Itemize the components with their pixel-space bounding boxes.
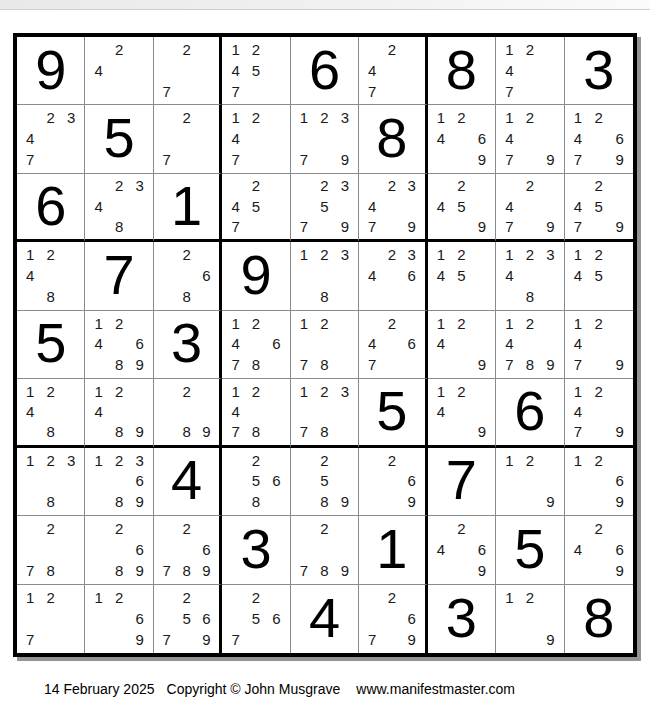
- candidate-digit: 7: [294, 422, 314, 442]
- candidate-digit: 7: [499, 81, 519, 102]
- candidate-digit: 4: [499, 128, 519, 149]
- cell-r6c6: 5: [359, 379, 427, 447]
- candidate-digit: 3: [402, 244, 422, 265]
- candidate-grid: 129: [496, 448, 563, 515]
- candidate-empty: [540, 286, 560, 307]
- candidate-digit: 9: [335, 491, 355, 512]
- candidate-empty: [246, 149, 266, 170]
- candidate-empty: [499, 470, 519, 491]
- candidate-digit: 2: [109, 176, 129, 196]
- candidate-digit: 3: [540, 244, 560, 265]
- candidate-empty: [540, 60, 560, 81]
- candidate-grid: 2467: [359, 311, 424, 378]
- candidate-digit: 6: [472, 128, 492, 149]
- candidate-digit: 2: [109, 587, 129, 608]
- candidate-empty: [540, 265, 560, 286]
- candidate-digit: 6: [266, 608, 286, 629]
- candidate-empty: [431, 354, 451, 375]
- candidate-empty: [40, 629, 60, 650]
- candidate-empty: [157, 539, 177, 560]
- candidate-empty: [520, 81, 540, 102]
- candidate-empty: [177, 128, 197, 149]
- candidate-empty: [540, 334, 560, 355]
- cell-r4c6: 2346: [359, 242, 427, 310]
- cell-r8c9: 2469: [565, 516, 633, 584]
- candidate-digit: 9: [129, 422, 149, 442]
- candidate-digit: 9: [540, 216, 560, 236]
- cell-r8c8: 5: [496, 516, 564, 584]
- candidate-digit: 6: [609, 470, 630, 491]
- candidate-digit: 9: [609, 491, 630, 512]
- candidate-empty: [197, 244, 217, 265]
- candidate-digit: 2: [40, 107, 60, 128]
- solved-digit: 8: [583, 590, 614, 646]
- candidate-digit: 9: [609, 560, 630, 581]
- candidate-digit: 4: [568, 265, 589, 286]
- candidate-grid: 23579: [291, 174, 358, 239]
- candidate-digit: 4: [88, 60, 108, 81]
- candidate-digit: 2: [314, 450, 334, 471]
- candidate-empty: [451, 401, 471, 421]
- candidate-digit: 2: [246, 176, 266, 196]
- candidate-empty: [109, 334, 129, 355]
- candidate-empty: [129, 313, 149, 334]
- solved-digit: 8: [376, 110, 407, 166]
- candidate-digit: 7: [225, 422, 245, 442]
- cell-r8c6: 1: [359, 516, 427, 584]
- cell-r9c5: 4: [291, 585, 359, 653]
- solved-digit: 1: [171, 178, 202, 234]
- candidate-empty: [362, 608, 382, 629]
- candidate-grid: 26789: [154, 516, 219, 583]
- cell-r7c5: 2589: [291, 448, 359, 516]
- candidate-grid: 27: [154, 105, 219, 172]
- cell-r1c3: 27: [154, 37, 222, 105]
- candidate-grid: 123689: [85, 448, 152, 515]
- cell-r1c1: 9: [17, 37, 85, 105]
- candidate-digit: 7: [568, 216, 589, 236]
- candidate-empty: [588, 470, 609, 491]
- candidate-digit: 7: [362, 354, 382, 375]
- candidate-empty: [20, 422, 40, 442]
- candidate-digit: 8: [314, 491, 334, 512]
- solved-digit: 4: [309, 590, 340, 646]
- cell-r4c5: 1238: [291, 242, 359, 310]
- candidate-grid: 12348: [496, 242, 563, 309]
- candidate-empty: [246, 629, 266, 650]
- cell-r1c4: 12457: [222, 37, 290, 105]
- candidate-grid: 12479: [496, 105, 563, 172]
- candidate-digit: 2: [382, 587, 402, 608]
- candidate-digit: 9: [472, 149, 492, 170]
- candidate-empty: [451, 128, 471, 149]
- candidate-digit: 1: [431, 313, 451, 334]
- candidate-digit: 8: [314, 354, 334, 375]
- cell-r9c7: 3: [428, 585, 496, 653]
- candidate-grid: 27: [154, 37, 219, 104]
- candidate-digit: 1: [225, 381, 245, 401]
- candidate-empty: [20, 286, 40, 307]
- candidate-digit: 2: [177, 381, 197, 401]
- candidate-empty: [88, 216, 108, 236]
- candidate-digit: 1: [431, 381, 451, 401]
- candidate-empty: [61, 470, 81, 491]
- cell-r8c1: 278: [17, 516, 85, 584]
- candidate-digit: 2: [177, 587, 197, 608]
- candidate-digit: 1: [499, 39, 519, 60]
- candidate-digit: 4: [431, 539, 451, 560]
- cell-r3c8: 2479: [496, 174, 564, 242]
- candidate-digit: 4: [225, 60, 245, 81]
- candidate-empty: [129, 81, 149, 102]
- candidate-grid: 2459: [428, 174, 495, 239]
- candidate-digit: 2: [109, 450, 129, 471]
- candidate-digit: 7: [294, 354, 314, 375]
- candidate-empty: [335, 450, 355, 471]
- candidate-digit: 7: [225, 149, 245, 170]
- candidate-digit: 1: [88, 587, 108, 608]
- candidate-empty: [129, 381, 149, 401]
- candidate-digit: 9: [402, 629, 422, 650]
- candidate-empty: [335, 128, 355, 149]
- candidate-digit: 2: [314, 244, 334, 265]
- candidate-digit: 9: [609, 216, 630, 236]
- candidate-digit: 8: [109, 560, 129, 581]
- candidate-empty: [61, 491, 81, 512]
- cell-r8c5: 2789: [291, 516, 359, 584]
- candidate-digit: 9: [335, 560, 355, 581]
- candidate-digit: 8: [109, 354, 129, 375]
- candidate-empty: [88, 39, 108, 60]
- candidate-grid: 2789: [291, 516, 358, 583]
- candidate-empty: [451, 334, 471, 355]
- candidate-empty: [609, 381, 630, 401]
- candidate-digit: 2: [588, 176, 609, 196]
- candidate-empty: [109, 629, 129, 650]
- candidate-empty: [382, 196, 402, 216]
- candidate-digit: 9: [129, 491, 149, 512]
- candidate-empty: [472, 401, 492, 421]
- cell-r1c7: 8: [428, 37, 496, 105]
- candidate-digit: 4: [499, 265, 519, 286]
- candidate-empty: [197, 60, 217, 81]
- candidate-empty: [382, 629, 402, 650]
- candidate-empty: [382, 608, 402, 629]
- candidate-digit: 2: [451, 107, 471, 128]
- candidate-empty: [177, 81, 197, 102]
- candidate-digit: 2: [520, 313, 540, 334]
- cell-r9c9: 8: [565, 585, 633, 653]
- candidate-digit: 2: [246, 587, 266, 608]
- candidate-empty: [266, 128, 286, 149]
- candidate-digit: 4: [431, 334, 451, 355]
- candidate-grid: 2679: [359, 585, 424, 653]
- candidate-empty: [520, 128, 540, 149]
- candidate-empty: [246, 81, 266, 102]
- candidate-digit: 2: [588, 244, 609, 265]
- candidate-empty: [225, 450, 245, 471]
- candidate-empty: [197, 381, 217, 401]
- cell-r7c9: 1269: [565, 448, 633, 516]
- candidate-empty: [20, 470, 40, 491]
- candidate-empty: [335, 286, 355, 307]
- candidate-grid: 1248: [17, 379, 84, 444]
- candidate-empty: [177, 539, 197, 560]
- candidate-digit: 2: [40, 587, 60, 608]
- candidate-empty: [362, 176, 382, 196]
- candidate-digit: 7: [362, 629, 382, 650]
- candidate-digit: 2: [177, 244, 197, 265]
- candidate-empty: [20, 518, 40, 539]
- candidate-empty: [129, 587, 149, 608]
- candidate-empty: [294, 470, 314, 491]
- candidate-empty: [20, 491, 40, 512]
- candidate-empty: [540, 176, 560, 196]
- candidate-digit: 2: [177, 107, 197, 128]
- cell-r4c8: 12348: [496, 242, 564, 310]
- candidate-empty: [40, 539, 60, 560]
- candidate-empty: [225, 608, 245, 629]
- candidate-digit: 5: [246, 608, 266, 629]
- candidate-grid: 124679: [565, 105, 633, 172]
- candidate-empty: [568, 470, 589, 491]
- candidate-digit: 5: [177, 608, 197, 629]
- candidate-empty: [499, 629, 519, 650]
- candidate-empty: [197, 587, 217, 608]
- candidate-digit: 2: [588, 518, 609, 539]
- candidate-empty: [609, 244, 630, 265]
- candidate-empty: [402, 313, 422, 334]
- candidate-digit: 2: [109, 518, 129, 539]
- candidate-empty: [61, 128, 81, 149]
- candidate-grid: 2457: [222, 174, 289, 239]
- candidate-digit: 2: [177, 39, 197, 60]
- candidate-grid: 2347: [17, 105, 84, 172]
- candidate-digit: 9: [402, 216, 422, 236]
- candidate-empty: [335, 539, 355, 560]
- candidate-digit: 7: [294, 560, 314, 581]
- candidate-empty: [88, 608, 108, 629]
- candidate-empty: [472, 107, 492, 128]
- candidate-empty: [568, 560, 589, 581]
- footer-date: 14 February 2025: [44, 681, 155, 697]
- candidate-digit: 7: [157, 560, 177, 581]
- cell-r7c2: 123689: [85, 448, 153, 516]
- candidate-empty: [520, 491, 540, 512]
- candidate-digit: 1: [499, 107, 519, 128]
- candidate-empty: [520, 334, 540, 355]
- cell-r5c9: 12479: [565, 311, 633, 379]
- candidate-digit: 4: [20, 128, 40, 149]
- candidate-digit: 8: [40, 286, 60, 307]
- candidate-empty: [197, 107, 217, 128]
- candidate-empty: [499, 176, 519, 196]
- candidate-empty: [157, 518, 177, 539]
- candidate-digit: 4: [568, 196, 589, 216]
- candidate-empty: [294, 286, 314, 307]
- candidate-digit: 7: [499, 216, 519, 236]
- cell-r3c3: 1: [154, 174, 222, 242]
- candidate-empty: [157, 587, 177, 608]
- candidate-empty: [109, 401, 129, 421]
- candidate-grid: 12479: [565, 379, 633, 444]
- candidate-grid: 23479: [359, 174, 424, 239]
- candidate-empty: [225, 176, 245, 196]
- cell-r2c8: 12479: [496, 105, 564, 173]
- candidate-digit: 8: [109, 491, 129, 512]
- candidate-empty: [520, 608, 540, 629]
- candidate-empty: [40, 265, 60, 286]
- cell-r4c9: 1245: [565, 242, 633, 310]
- candidate-digit: 2: [40, 244, 60, 265]
- candidate-empty: [225, 587, 245, 608]
- candidate-digit: 9: [197, 560, 217, 581]
- candidate-digit: 9: [129, 354, 149, 375]
- candidate-grid: 124678: [222, 311, 289, 378]
- candidate-digit: 1: [568, 244, 589, 265]
- candidate-empty: [382, 81, 402, 102]
- candidate-empty: [129, 60, 149, 81]
- candidate-digit: 2: [40, 518, 60, 539]
- candidate-empty: [431, 176, 451, 196]
- candidate-digit: 1: [294, 244, 314, 265]
- candidate-grid: 124789: [496, 311, 563, 378]
- candidate-empty: [472, 381, 492, 401]
- candidate-digit: 6: [197, 265, 217, 286]
- cell-r8c2: 2689: [85, 516, 153, 584]
- solved-digit: 9: [240, 247, 271, 303]
- candidate-digit: 5: [246, 196, 266, 216]
- candidate-digit: 1: [88, 381, 108, 401]
- cell-r1c8: 1247: [496, 37, 564, 105]
- cell-r2c9: 124679: [565, 105, 633, 173]
- candidate-empty: [294, 518, 314, 539]
- candidate-empty: [609, 265, 630, 286]
- candidate-digit: 8: [40, 560, 60, 581]
- candidate-digit: 6: [266, 334, 286, 355]
- candidate-empty: [197, 81, 217, 102]
- solved-digit: 6: [514, 383, 545, 439]
- solved-digit: 3: [171, 315, 202, 371]
- candidate-digit: 9: [540, 491, 560, 512]
- candidate-empty: [314, 401, 334, 421]
- cell-r2c6: 8: [359, 105, 427, 173]
- cell-r8c4: 3: [222, 516, 290, 584]
- candidate-grid: 1247: [222, 105, 289, 172]
- candidate-empty: [335, 401, 355, 421]
- candidate-digit: 2: [314, 107, 334, 128]
- candidate-digit: 1: [568, 107, 589, 128]
- candidate-empty: [266, 381, 286, 401]
- candidate-digit: 2: [109, 313, 129, 334]
- candidate-empty: [61, 608, 81, 629]
- candidate-digit: 1: [294, 107, 314, 128]
- candidate-digit: 9: [609, 354, 630, 375]
- candidate-digit: 1: [431, 244, 451, 265]
- candidate-empty: [609, 401, 630, 421]
- candidate-digit: 7: [568, 149, 589, 170]
- candidate-digit: 2: [246, 381, 266, 401]
- candidate-digit: 6: [609, 539, 630, 560]
- cell-r2c5: 12379: [291, 105, 359, 173]
- cell-r2c1: 2347: [17, 105, 85, 173]
- candidate-digit: 9: [609, 422, 630, 442]
- candidate-digit: 2: [177, 518, 197, 539]
- solved-digit: 7: [446, 452, 477, 508]
- candidate-digit: 2: [451, 518, 471, 539]
- candidate-digit: 7: [568, 354, 589, 375]
- candidate-digit: 7: [157, 81, 177, 102]
- candidate-empty: [588, 491, 609, 512]
- candidate-empty: [157, 401, 177, 421]
- candidate-digit: 3: [61, 107, 81, 128]
- candidate-empty: [129, 196, 149, 216]
- candidate-empty: [609, 334, 630, 355]
- candidate-digit: 7: [568, 422, 589, 442]
- candidate-digit: 7: [294, 149, 314, 170]
- candidate-digit: 7: [294, 216, 314, 236]
- candidate-digit: 1: [568, 381, 589, 401]
- candidate-empty: [451, 354, 471, 375]
- candidate-empty: [540, 196, 560, 216]
- candidate-empty: [314, 128, 334, 149]
- candidate-empty: [294, 196, 314, 216]
- candidate-empty: [197, 149, 217, 170]
- solved-digit: 3: [446, 590, 477, 646]
- candidate-empty: [40, 149, 60, 170]
- candidate-empty: [61, 518, 81, 539]
- candidate-empty: [520, 149, 540, 170]
- candidate-empty: [382, 354, 402, 375]
- cell-r5c8: 124789: [496, 311, 564, 379]
- candidate-empty: [609, 107, 630, 128]
- candidate-empty: [335, 334, 355, 355]
- candidate-digit: 4: [362, 334, 382, 355]
- candidate-digit: 9: [609, 149, 630, 170]
- candidate-digit: 7: [499, 354, 519, 375]
- candidate-empty: [431, 560, 451, 581]
- candidate-empty: [40, 608, 60, 629]
- candidate-empty: [197, 401, 217, 421]
- candidate-digit: 4: [568, 334, 589, 355]
- candidate-empty: [294, 334, 314, 355]
- candidate-digit: 4: [20, 265, 40, 286]
- candidate-digit: 8: [109, 422, 129, 442]
- candidate-digit: 8: [177, 560, 197, 581]
- candidate-digit: 5: [314, 196, 334, 216]
- candidate-empty: [88, 518, 108, 539]
- candidate-digit: 1: [499, 450, 519, 471]
- candidate-empty: [335, 354, 355, 375]
- candidate-empty: [588, 216, 609, 236]
- candidate-empty: [472, 244, 492, 265]
- candidate-empty: [294, 176, 314, 196]
- candidate-empty: [157, 265, 177, 286]
- candidate-empty: [540, 587, 560, 608]
- candidate-empty: [362, 491, 382, 512]
- candidate-empty: [109, 608, 129, 629]
- cell-r2c7: 12469: [428, 105, 496, 173]
- candidate-digit: 7: [20, 149, 40, 170]
- candidate-digit: 8: [40, 491, 60, 512]
- candidate-grid: 2479: [496, 174, 563, 239]
- candidate-empty: [588, 422, 609, 442]
- footer-website: www.manifestmaster.com: [356, 681, 515, 697]
- candidate-empty: [266, 422, 286, 442]
- candidate-empty: [109, 81, 129, 102]
- solved-digit: 5: [514, 521, 545, 577]
- candidate-digit: 5: [246, 470, 266, 491]
